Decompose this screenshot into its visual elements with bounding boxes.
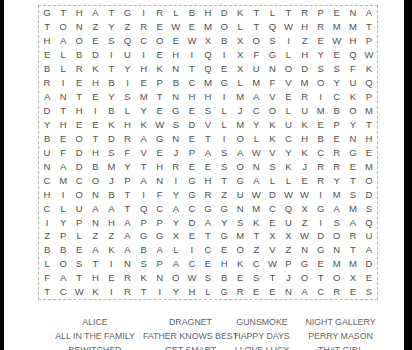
grid-cell-r6c12: G (216, 76, 232, 90)
grid-cell-r8c2: T (55, 104, 71, 118)
grid-cell-r10c2: E (55, 132, 71, 146)
grid-cell-r5c20: F (345, 62, 361, 76)
grid-cell-r6c7: E (136, 76, 152, 90)
grid-cell-r13c15: L (264, 173, 280, 187)
grid-cell-r8c16: L (280, 104, 296, 118)
grid-cell-r14c17: W (297, 187, 313, 201)
grid-cell-r8c5: B (103, 104, 119, 118)
grid-cell-r20c1: F (39, 271, 55, 285)
grid-cell-r17c15: X (264, 229, 280, 243)
grid-cell-r19c17: G (297, 257, 313, 271)
grid-cell-r17c11: T (200, 229, 216, 243)
grid-cell-r6c14: M (248, 76, 264, 90)
grid-cell-r11c10: P (184, 146, 200, 160)
grid-cell-r18c6: A (119, 243, 135, 257)
grid-cell-r16c6: A (119, 215, 135, 229)
grid-cell-r1c2: T (55, 6, 71, 20)
grid-cell-r21c11: L (200, 285, 216, 299)
grid-cell-r9c2: H (55, 118, 71, 132)
grid-cell-r10c15: K (264, 132, 280, 146)
grid-cell-r8c20: O (345, 104, 361, 118)
grid-cell-r5c18: S (313, 62, 329, 76)
grid-cell-r18c17: N (297, 243, 313, 257)
grid-cell-r17c8: G (152, 229, 168, 243)
grid-cell-r4c12: I (216, 48, 232, 62)
grid-cell-r11c21: E (361, 146, 377, 160)
grid-cell-r3c8: O (152, 34, 168, 48)
grid-cell-r13c14: A (248, 173, 264, 187)
grid-cell-r16c8: P (152, 215, 168, 229)
grid-cell-r20c19: O (329, 271, 345, 285)
grid-cell-r4c17: H (297, 48, 313, 62)
grid-cell-r4c18: Y (313, 48, 329, 62)
grid-cell-r13c13: G (232, 173, 248, 187)
grid-cell-r8c12: L (216, 104, 232, 118)
grid-cell-r17c2: P (55, 229, 71, 243)
grid-cell-r10c17: H (297, 132, 313, 146)
grid-cell-r17c17: W (297, 229, 313, 243)
grid-cell-r18c18: G (313, 243, 329, 257)
grid-cell-r15c1: C (39, 201, 55, 215)
grid-cell-r20c9: O (168, 271, 184, 285)
grid-cell-r10c16: C (280, 132, 296, 146)
grid-cell-r6c2: I (55, 76, 71, 90)
grid-cell-r16c16: U (280, 215, 296, 229)
grid-cell-r21c21: S (361, 285, 377, 299)
grid-cell-r6c1: R (39, 76, 55, 90)
grid-cell-r3c3: O (71, 34, 87, 48)
grid-cell-r7c19: C (329, 90, 345, 104)
grid-cell-r2c15: Q (264, 20, 280, 34)
grid-cell-r5c17: D (297, 62, 313, 76)
grid-cell-r9c9: S (168, 118, 184, 132)
grid-cell-r7c16: E (280, 90, 296, 104)
grid-cell-r19c20: M (345, 257, 361, 271)
grid-cell-r19c2: O (55, 257, 71, 271)
grid-cell-r10c5: D (103, 132, 119, 146)
grid-cell-r17c14: T (248, 229, 264, 243)
grid-cell-r1c12: D (216, 6, 232, 20)
grid-cell-r14c9: Y (168, 187, 184, 201)
grid-cell-r11c6: F (119, 146, 135, 160)
grid-cell-r17c16: X (280, 229, 296, 243)
grid-cell-r16c15: E (264, 215, 280, 229)
grid-cell-r14c11: R (200, 187, 216, 201)
grid-cell-r12c10: E (184, 159, 200, 173)
grid-cell-r10c11: T (200, 132, 216, 146)
grid-cell-r8c6: L (119, 104, 135, 118)
grid-cell-r11c18: C (313, 146, 329, 160)
grid-cell-r18c15: V (264, 243, 280, 257)
grid-cell-r20c20: X (345, 271, 361, 285)
grid-cell-r7c9: N (168, 90, 184, 104)
grid-cell-r21c10: H (184, 285, 200, 299)
grid-cell-r21c8: I (152, 285, 168, 299)
grid-cell-r12c5: M (103, 159, 119, 173)
grid-cell-r10c9: N (168, 132, 184, 146)
grid-cell-r18c20: T (345, 243, 361, 257)
grid-cell-r18c21: A (361, 243, 377, 257)
grid-cell-r16c18: I (313, 215, 329, 229)
grid-cell-r18c1: B (39, 243, 55, 257)
grid-cell-r4c13: X (232, 48, 248, 62)
grid-cell-r3c13: X (232, 34, 248, 48)
grid-cell-r4c4: D (87, 48, 103, 62)
grid-cell-r12c8: H (152, 159, 168, 173)
grid-cell-r10c18: B (313, 132, 329, 146)
grid-cell-r7c7: M (136, 90, 152, 104)
grid-cell-r10c1: B (39, 132, 55, 146)
grid-cell-r6c19: Y (329, 76, 345, 90)
grid-cell-r3c7: C (136, 34, 152, 48)
grid-cell-r17c13: M (232, 229, 248, 243)
grid-cell-r1c10: B (184, 6, 200, 20)
grid-cell-r2c12: O (216, 20, 232, 34)
grid-cell-r19c19: M (329, 257, 345, 271)
grid-cell-r4c5: I (103, 48, 119, 62)
grid-cell-r2c9: W (168, 20, 184, 34)
grid-cell-r15c19: A (329, 201, 345, 215)
grid-cell-r1c17: R (297, 6, 313, 20)
grid-cell-r13c6: P (119, 173, 135, 187)
grid-cell-r9c3: E (71, 118, 87, 132)
grid-cell-r18c5: K (103, 243, 119, 257)
grid-cell-r3c12: B (216, 34, 232, 48)
grid-cell-r8c1: D (39, 104, 55, 118)
grid-cell-r12c3: D (71, 159, 87, 173)
grid-cell-r17c9: X (168, 229, 184, 243)
grid-cell-r1c18: P (313, 6, 329, 20)
grid-cell-r21c18: C (313, 285, 329, 299)
grid-cell-r1c9: L (168, 6, 184, 20)
grid-cell-r17c19: O (329, 229, 345, 243)
grid-cell-r16c20: A (345, 215, 361, 229)
grid-cell-r15c12: G (216, 201, 232, 215)
grid-cell-r15c11: G (200, 201, 216, 215)
grid-cell-r2c8: E (152, 20, 168, 34)
grid-cell-r16c17: Z (297, 215, 313, 229)
grid-cell-r8c3: H (71, 104, 87, 118)
grid-cell-r15c5: A (103, 201, 119, 215)
grid-cell-r4c2: L (55, 48, 71, 62)
grid-cell-r3c5: S (103, 34, 119, 48)
grid-cell-r20c17: O (297, 271, 313, 285)
grid-cell-r2c16: W (280, 20, 296, 34)
grid-cell-r6c10: C (184, 76, 200, 90)
grid-cell-r11c15: V (264, 146, 280, 160)
grid-cell-r10c13: O (232, 132, 248, 146)
grid-cell-r3c15: S (264, 34, 280, 48)
grid-cell-r4c9: H (168, 48, 184, 62)
grid-cell-r14c15: D (264, 187, 280, 201)
grid-cell-r14c10: G (184, 187, 200, 201)
grid-cell-r1c7: I (136, 6, 152, 20)
grid-cell-r16c5: H (103, 215, 119, 229)
grid-cell-r1c15: L (264, 6, 280, 20)
grid-cell-r20c5: E (103, 271, 119, 285)
grid-cell-r4c21: W (361, 48, 377, 62)
grid-cell-r6c9: B (168, 76, 184, 90)
grid-cell-r5c4: K (87, 62, 103, 76)
grid-cell-r15c9: A (168, 201, 184, 215)
grid-cell-r13c11: H (200, 173, 216, 187)
grid-cell-r20c13: E (232, 271, 248, 285)
grid-cell-r17c6: A (119, 229, 135, 243)
grid-cell-r21c4: K (87, 285, 103, 299)
grid-cell-r19c10: C (184, 257, 200, 271)
grid-cell-r14c8: F (152, 187, 168, 201)
grid-cell-r6c8: P (152, 76, 168, 90)
grid-cell-r16c11: A (200, 215, 216, 229)
left-edge-bar (0, 0, 4, 350)
grid-cell-r6c20: U (345, 76, 361, 90)
grid-cell-r1c20: N (345, 6, 361, 20)
grid-cell-r1c21: A (361, 6, 377, 20)
grid-cell-r14c13: U (232, 187, 248, 201)
grid-cell-r14c14: W (248, 187, 264, 201)
grid-cell-r16c13: S (232, 215, 248, 229)
grid-cell-r15c18: G (313, 201, 329, 215)
grid-cell-r11c13: A (232, 146, 248, 160)
grid-cell-r13c5: J (103, 173, 119, 187)
grid-cell-r12c14: N (248, 159, 264, 173)
grid-cell-r11c7: V (136, 146, 152, 160)
grid-cell-r8c4: I (87, 104, 103, 118)
grid-cell-r9c12: L (216, 118, 232, 132)
grid-cell-r19c9: A (168, 257, 184, 271)
grid-cell-r13c21: O (361, 173, 377, 187)
grid-cell-r19c13: K (232, 257, 248, 271)
grid-cell-r9c5: K (103, 118, 119, 132)
grid-cell-r9c1: Y (39, 118, 55, 132)
grid-cell-r11c8: E (152, 146, 168, 160)
grid-cell-r3c20: H (345, 34, 361, 48)
grid-cell-r14c20: S (345, 187, 361, 201)
grid-cell-r10c21: H (361, 132, 377, 146)
grid-cell-r14c18: I (313, 187, 329, 201)
grid-cell-r2c14: T (248, 20, 264, 34)
grid-cell-r12c19: R (329, 159, 345, 173)
grid-cell-r12c9: R (168, 159, 184, 173)
grid-cell-r13c1: C (39, 173, 55, 187)
grid-cell-r21c12: G (216, 285, 232, 299)
grid-cell-r20c11: S (200, 271, 216, 285)
grid-cell-r4c10: I (184, 48, 200, 62)
grid-cell-r5c19: S (329, 62, 345, 76)
grid-cell-r16c21: Q (361, 215, 377, 229)
grid-cell-r9c18: E (313, 118, 329, 132)
grid-cell-r9c17: K (297, 118, 313, 132)
grid-cell-r15c3: U (71, 201, 87, 215)
grid-cell-r2c4: Z (87, 20, 103, 34)
grid-cell-r16c14: K (248, 215, 264, 229)
grid-cell-r3c11: X (200, 34, 216, 48)
grid-cell-r5c11: Q (200, 62, 216, 76)
grid-cell-r12c17: J (297, 159, 313, 173)
grid-cell-r15c20: M (345, 201, 361, 215)
grid-cell-r3c1: H (39, 34, 55, 48)
grid-cell-r14c21: D (361, 187, 377, 201)
grid-cell-r18c19: N (329, 243, 345, 257)
grid-cell-r2c21: T (361, 20, 377, 34)
grid-cell-r18c3: E (71, 243, 87, 257)
grid-cell-r17c12: G (216, 229, 232, 243)
grid-cell-r1c13: K (232, 6, 248, 20)
grid-cell-r19c3: S (71, 257, 87, 271)
grid-cell-r20c4: H (87, 271, 103, 285)
grid-cell-r3c21: P (361, 34, 377, 48)
grid-cell-r8c14: C (248, 104, 264, 118)
grid-cell-r5c8: K (152, 62, 168, 76)
grid-cell-r6c6: I (119, 76, 135, 90)
grid-cell-r21c2: C (55, 285, 71, 299)
grid-cell-r10c10: E (184, 132, 200, 146)
grid-cell-r15c4: A (87, 201, 103, 215)
grid-cell-r14c19: M (329, 187, 345, 201)
grid-cell-r13c3: C (71, 173, 87, 187)
grid-cell-r17c5: Z (103, 229, 119, 243)
grid-cell-r6c17: M (297, 76, 313, 90)
grid-cell-r11c11: A (200, 146, 216, 160)
grid-cell-r20c2: A (55, 271, 71, 285)
grid-cell-r12c13: O (232, 159, 248, 173)
grid-cell-r20c10: W (184, 271, 200, 285)
grid-cell-r14c1: H (39, 187, 55, 201)
grid-cell-r20c14: S (248, 271, 264, 285)
grid-cell-r7c11: H (200, 90, 216, 104)
grid-cell-r1c3: H (71, 6, 87, 20)
grid-cell-r21c20: E (345, 285, 361, 299)
grid-cell-r5c16: O (280, 62, 296, 76)
grid-cell-r20c16: J (280, 271, 296, 285)
grid-cell-r15c17: X (297, 201, 313, 215)
grid-cell-r20c7: K (136, 271, 152, 285)
grid-cell-r15c7: Q (136, 201, 152, 215)
word-list-item: THAT GIRL (288, 343, 393, 350)
grid-cell-r15c14: M (248, 201, 264, 215)
grid-cell-r12c11: E (200, 159, 216, 173)
grid-cell-r19c11: E (200, 257, 216, 271)
grid-cell-r9c7: K (136, 118, 152, 132)
grid-cell-r1c16: T (280, 6, 296, 20)
grid-cell-r19c7: S (136, 257, 152, 271)
grid-cell-r8c8: E (152, 104, 168, 118)
grid-cell-r4c7: I (136, 48, 152, 62)
grid-cell-r4c1: E (39, 48, 55, 62)
grid-cell-r14c4: N (87, 187, 103, 201)
grid-cell-r9c19: P (329, 118, 345, 132)
grid-cell-r12c16: K (280, 159, 296, 173)
grid-cell-r3c4: E (87, 34, 103, 48)
grid-cell-r6c16: V (280, 76, 296, 90)
grid-cell-r16c1: I (39, 215, 55, 229)
grid-cell-r5c6: Y (119, 62, 135, 76)
grid-cell-r9c10: D (184, 118, 200, 132)
grid-cell-r3c14: O (248, 34, 264, 48)
grid-cell-r20c15: T (264, 271, 280, 285)
grid-cell-r2c7: R (136, 20, 152, 34)
grid-cell-r2c3: N (71, 20, 87, 34)
grid-cell-r7c10: H (184, 90, 200, 104)
grid-cell-r7c20: K (345, 90, 361, 104)
grid-cell-r19c21: D (361, 257, 377, 271)
grid-cell-r7c2: N (55, 90, 71, 104)
grid-cell-r14c7: I (136, 187, 152, 201)
grid-cell-r21c19: R (329, 285, 345, 299)
grid-cell-r15c10: C (184, 201, 200, 215)
grid-cell-r1c1: G (39, 6, 55, 20)
grid-cell-r18c10: I (184, 243, 200, 257)
grid-cell-r2c6: Z (119, 20, 135, 34)
grid-cell-r20c18: T (313, 271, 329, 285)
grid-cell-r18c16: Z (280, 243, 296, 257)
grid-cell-r7c15: V (264, 90, 280, 104)
grid-cell-r2c19: M (329, 20, 345, 34)
grid-cell-r3c9: E (168, 34, 184, 48)
grid-cell-r13c2: M (55, 173, 71, 187)
grid-cell-r17c7: G (136, 229, 152, 243)
grid-cell-r3c17: Z (297, 34, 313, 48)
grid-cell-r5c21: K (361, 62, 377, 76)
grid-cell-r7c4: E (87, 90, 103, 104)
grid-cell-r10c6: R (119, 132, 135, 146)
grid-cell-r16c19: S (329, 215, 345, 229)
grid-cell-r9c14: Y (248, 118, 264, 132)
grid-cell-r13c16: L (280, 173, 296, 187)
grid-cell-r8c11: S (200, 104, 216, 118)
grid-cell-r1c8: R (152, 6, 168, 20)
grid-cell-r9c8: W (152, 118, 168, 132)
grid-cell-r3c19: W (329, 34, 345, 48)
grid-cell-r17c21: U (361, 229, 377, 243)
grid-cell-r10c19: E (329, 132, 345, 146)
grid-cell-r12c6: Y (119, 159, 135, 173)
grid-cell-r1c14: T (248, 6, 264, 20)
grid-cell-r16c4: N (87, 215, 103, 229)
grid-cell-r21c14: E (248, 285, 264, 299)
grid-cell-r2c17: H (297, 20, 313, 34)
grid-cell-r8c13: J (232, 104, 248, 118)
grid-cell-r18c4: A (87, 243, 103, 257)
grid-cell-r18c14: Z (248, 243, 264, 257)
grid-cell-r5c5: T (103, 62, 119, 76)
grid-cell-r11c17: K (297, 146, 313, 160)
grid-cell-r16c9: Y (168, 215, 184, 229)
grid-cell-r10c14: L (248, 132, 264, 146)
grid-cell-r20c12: B (216, 271, 232, 285)
grid-cell-r12c4: B (87, 159, 103, 173)
grid-cell-r21c16: N (280, 285, 296, 299)
grid-cell-r9c21: T (361, 118, 377, 132)
grid-cell-r19c4: T (87, 257, 103, 271)
grid-cell-r7c8: T (152, 90, 168, 104)
grid-cell-r6c15: F (264, 76, 280, 90)
grid-cell-r7c14: A (248, 90, 264, 104)
grid-cell-r4c14: F (248, 48, 264, 62)
grid-cell-r16c12: Y (216, 215, 232, 229)
grid-cell-r18c7: B (136, 243, 152, 257)
grid-cell-r12c12: S (216, 159, 232, 173)
grid-cell-r1c5: T (103, 6, 119, 20)
grid-cell-r1c4: A (87, 6, 103, 20)
grid-cell-r18c9: L (168, 243, 184, 257)
grid-cell-r12c1: N (39, 159, 55, 173)
grid-cell-r2c18: R (313, 20, 329, 34)
grid-cell-r11c1: U (39, 146, 55, 160)
grid-cell-r5c13: X (232, 62, 248, 76)
grid-cell-r10c4: T (87, 132, 103, 146)
grid-cell-r7c1: A (39, 90, 55, 104)
